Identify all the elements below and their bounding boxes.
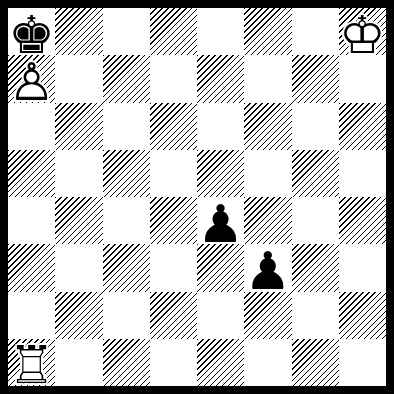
square-c7[interactable]	[103, 55, 150, 102]
square-b6[interactable]	[55, 103, 102, 150]
white-pawn-icon: ♙	[8, 56, 55, 108]
square-f7[interactable]	[244, 55, 291, 102]
square-h4[interactable]	[339, 197, 386, 244]
square-a8[interactable]: ♚	[8, 8, 55, 55]
square-e7[interactable]	[197, 55, 244, 102]
white-rook[interactable]: ♜♖	[8, 339, 55, 386]
white-king-icon: ♔	[339, 9, 386, 61]
black-king[interactable]: ♚	[8, 8, 55, 55]
square-g4[interactable]	[292, 197, 339, 244]
square-f8[interactable]	[244, 8, 291, 55]
square-b1[interactable]	[55, 339, 102, 386]
square-h3[interactable]	[339, 244, 386, 291]
square-c5[interactable]	[103, 150, 150, 197]
square-h2[interactable]	[339, 292, 386, 339]
square-h8[interactable]: ♚♔	[339, 8, 386, 55]
black-pawn-icon: ♟	[245, 245, 292, 297]
square-b3[interactable]	[55, 244, 102, 291]
square-f5[interactable]	[244, 150, 291, 197]
square-d7[interactable]	[150, 55, 197, 102]
white-rook-icon: ♖	[8, 339, 55, 391]
square-e4[interactable]: ♟	[197, 197, 244, 244]
square-a4[interactable]	[8, 197, 55, 244]
square-f6[interactable]	[244, 103, 291, 150]
square-b4[interactable]	[55, 197, 102, 244]
square-c3[interactable]	[103, 244, 150, 291]
square-c8[interactable]	[103, 8, 150, 55]
square-g1[interactable]	[292, 339, 339, 386]
square-a1[interactable]: ♜♖	[8, 339, 55, 386]
square-e8[interactable]	[197, 8, 244, 55]
square-h6[interactable]	[339, 103, 386, 150]
square-e2[interactable]	[197, 292, 244, 339]
square-e1[interactable]	[197, 339, 244, 386]
square-a5[interactable]	[8, 150, 55, 197]
square-d3[interactable]	[150, 244, 197, 291]
square-a3[interactable]	[8, 244, 55, 291]
square-e6[interactable]	[197, 103, 244, 150]
square-a2[interactable]	[8, 292, 55, 339]
black-pawn[interactable]: ♟	[244, 244, 291, 291]
square-c2[interactable]	[103, 292, 150, 339]
square-b7[interactable]	[55, 55, 102, 102]
square-d8[interactable]	[150, 8, 197, 55]
black-pawn[interactable]: ♟	[197, 197, 244, 244]
square-h5[interactable]	[339, 150, 386, 197]
square-f1[interactable]	[244, 339, 291, 386]
board-grid: ♚♚♔♟♙♟♟♜♖	[8, 8, 386, 386]
square-g5[interactable]	[292, 150, 339, 197]
square-a7[interactable]: ♟♙	[8, 55, 55, 102]
square-d6[interactable]	[150, 103, 197, 150]
square-b5[interactable]	[55, 150, 102, 197]
square-d2[interactable]	[150, 292, 197, 339]
square-d4[interactable]	[150, 197, 197, 244]
chess-board: ♚♚♔♟♙♟♟♜♖	[0, 0, 394, 394]
square-g7[interactable]	[292, 55, 339, 102]
square-d1[interactable]	[150, 339, 197, 386]
square-c4[interactable]	[103, 197, 150, 244]
square-c6[interactable]	[103, 103, 150, 150]
square-h1[interactable]	[339, 339, 386, 386]
black-pawn-icon: ♟	[197, 198, 244, 250]
white-king[interactable]: ♚♔	[339, 8, 386, 55]
square-g8[interactable]	[292, 8, 339, 55]
white-pawn[interactable]: ♟♙	[8, 55, 55, 102]
square-g6[interactable]	[292, 103, 339, 150]
square-g3[interactable]	[292, 244, 339, 291]
square-f3[interactable]: ♟	[244, 244, 291, 291]
square-g2[interactable]	[292, 292, 339, 339]
square-b8[interactable]	[55, 8, 102, 55]
square-e5[interactable]	[197, 150, 244, 197]
square-c1[interactable]	[103, 339, 150, 386]
square-d5[interactable]	[150, 150, 197, 197]
square-f4[interactable]	[244, 197, 291, 244]
square-b2[interactable]	[55, 292, 102, 339]
